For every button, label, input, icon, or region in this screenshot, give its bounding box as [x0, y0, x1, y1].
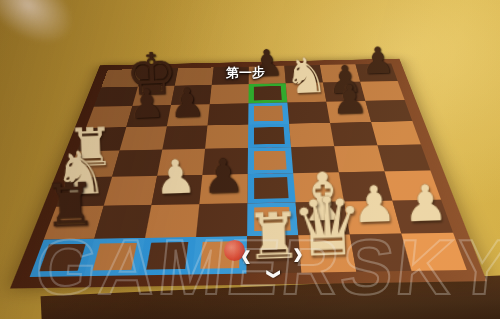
square-h5[interactable]	[371, 121, 421, 145]
cursor-down-arrow-icon: ‹	[253, 269, 288, 279]
square-d7[interactable]	[210, 84, 249, 104]
white-pawn[interactable]: ♟	[153, 154, 196, 202]
step-label: 第一步	[226, 64, 265, 82]
square-c5[interactable]	[162, 125, 207, 149]
cursor-left-arrow-icon: ‹	[241, 237, 251, 272]
square-g6[interactable]: ♟	[326, 101, 371, 123]
gamersky-watermark: GAMERSKY	[31, 222, 500, 313]
square-d3[interactable]: ♟	[199, 174, 247, 204]
square-b3[interactable]	[104, 176, 157, 206]
square-c6[interactable]: ♟	[167, 104, 210, 126]
black-pawn[interactable]: ♟	[331, 80, 368, 121]
square-d5[interactable]	[205, 125, 248, 149]
black-pawn[interactable]: ♟	[128, 84, 165, 125]
black-pawn[interactable]: ♟	[168, 83, 205, 124]
table-highlight-blob	[0, 0, 87, 59]
square-c3[interactable]: ♟	[151, 175, 202, 205]
square-f6[interactable]	[287, 102, 330, 124]
square-b5[interactable]	[120, 126, 167, 150]
square-b6[interactable]: ♟	[126, 105, 171, 127]
square-h6[interactable]	[365, 100, 412, 122]
black-pawn[interactable]: ♟	[361, 42, 395, 79]
black-pawn[interactable]: ♟	[201, 153, 244, 201]
square-h4[interactable]	[377, 145, 430, 172]
square-d6[interactable]	[208, 103, 249, 125]
square-e6[interactable]	[248, 103, 289, 125]
square-f7[interactable]: ♞	[286, 83, 327, 103]
square-f5[interactable]	[289, 123, 334, 147]
square-e4[interactable]	[248, 147, 293, 174]
square-g5[interactable]	[330, 122, 377, 146]
white-knight[interactable]: ♞	[283, 50, 328, 100]
square-e7[interactable]	[248, 83, 287, 103]
cursor-right-arrow-icon: ›	[293, 235, 303, 270]
